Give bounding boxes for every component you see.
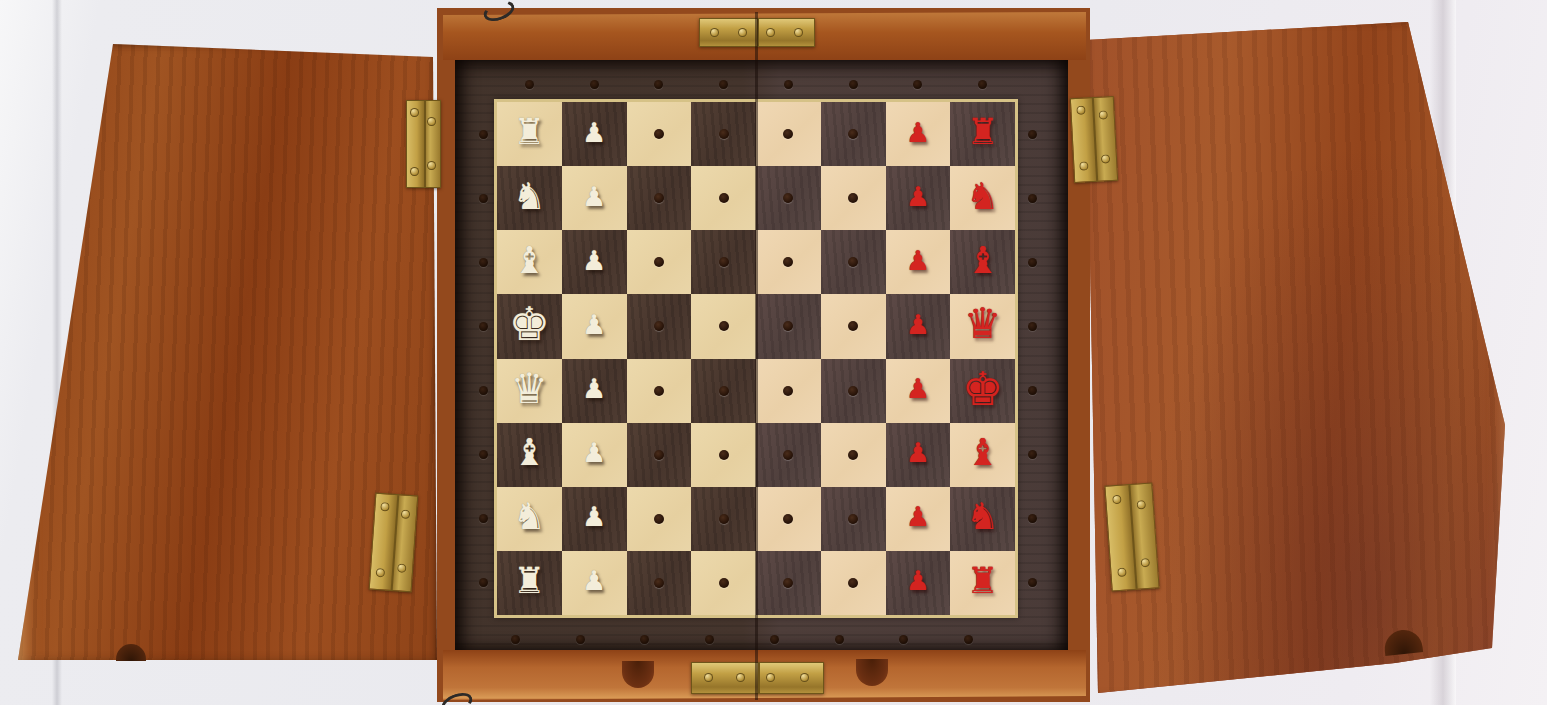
- square-r8c2[interactable]: ♟: [562, 551, 627, 615]
- piece-white-P[interactable]: ♟: [582, 183, 606, 210]
- peg-hole: [783, 257, 793, 267]
- peg-hole: [719, 129, 729, 139]
- piece-red-B[interactable]: ♝: [966, 242, 999, 279]
- square-r8c1[interactable]: ♜: [497, 551, 562, 615]
- peg-hole: [783, 321, 793, 331]
- square-r8c6[interactable]: [821, 551, 886, 615]
- board-fold-seam: [755, 12, 758, 700]
- square-r2c1[interactable]: ♞: [497, 166, 562, 230]
- border-peg-hole: [784, 80, 793, 89]
- peg-hole: [654, 450, 664, 460]
- piece-red-P[interactable]: ♟: [906, 503, 930, 530]
- peg-hole: [783, 450, 793, 460]
- peg-hole: [719, 450, 729, 460]
- border-peg-hole: [479, 130, 488, 139]
- piece-red-P[interactable]: ♟: [906, 375, 930, 402]
- square-r4c1[interactable]: ♚: [497, 294, 562, 358]
- piece-red-Q[interactable]: ♛: [964, 303, 1002, 345]
- border-peg-hole: [770, 635, 779, 644]
- square-r3c7[interactable]: ♟: [886, 230, 951, 294]
- piece-red-K[interactable]: ♚: [962, 366, 1003, 412]
- square-r3c6[interactable]: [821, 230, 886, 294]
- square-r6c7[interactable]: ♟: [886, 423, 951, 487]
- piece-red-P[interactable]: ♟: [906, 183, 930, 210]
- border-peg-hole: [1028, 578, 1037, 587]
- square-r8c8[interactable]: ♜: [950, 551, 1015, 615]
- square-r1c1[interactable]: ♜: [497, 102, 562, 166]
- square-r6c1[interactable]: ♝: [497, 423, 562, 487]
- border-peg-hole: [511, 635, 520, 644]
- piece-white-N[interactable]: ♞: [513, 178, 546, 215]
- square-r7c4[interactable]: [691, 487, 756, 551]
- piece-white-K[interactable]: ♚: [509, 301, 550, 347]
- peg-hole: [719, 193, 729, 203]
- square-r4c7[interactable]: ♟: [886, 294, 951, 358]
- peg-hole: [848, 578, 858, 588]
- brass-hinge-left-lower: [369, 493, 419, 593]
- square-r6c4[interactable]: [691, 423, 756, 487]
- piece-white-B[interactable]: ♝: [513, 434, 546, 471]
- peg-hole: [719, 514, 729, 524]
- square-r4c3[interactable]: [627, 294, 692, 358]
- square-r5c6[interactable]: [821, 359, 886, 423]
- border-peg-hole: [1028, 322, 1037, 331]
- square-r5c2[interactable]: ♟: [562, 359, 627, 423]
- border-peg-hole: [978, 80, 987, 89]
- border-peg-hole: [479, 514, 488, 523]
- piece-white-R[interactable]: ♜: [513, 114, 545, 150]
- square-r8c5[interactable]: [756, 551, 821, 615]
- square-r4c5[interactable]: [756, 294, 821, 358]
- border-peg-hole: [913, 80, 922, 89]
- border-peg-hole: [479, 322, 488, 331]
- peg-hole: [719, 578, 729, 588]
- square-r2c2[interactable]: ♟: [562, 166, 627, 230]
- square-r7c5[interactable]: [756, 487, 821, 551]
- border-peg-hole: [899, 635, 908, 644]
- peg-hole: [783, 514, 793, 524]
- border-peg-hole: [1028, 130, 1037, 139]
- square-r3c2[interactable]: ♟: [562, 230, 627, 294]
- piece-red-R[interactable]: ♜: [966, 114, 998, 150]
- square-r5c7[interactable]: ♟: [886, 359, 951, 423]
- peg-hole: [783, 386, 793, 396]
- square-r8c7[interactable]: ♟: [886, 551, 951, 615]
- square-r6c6[interactable]: [821, 423, 886, 487]
- square-r7c8[interactable]: ♞: [950, 487, 1015, 551]
- piece-white-P[interactable]: ♟: [582, 567, 606, 594]
- border-peg-hole: [479, 450, 488, 459]
- piece-white-Q[interactable]: ♛: [511, 368, 549, 410]
- square-r1c8[interactable]: ♜: [950, 102, 1015, 166]
- peg-hole: [654, 386, 664, 396]
- square-r7c6[interactable]: [821, 487, 886, 551]
- peg-hole: [654, 578, 664, 588]
- square-r3c4[interactable]: [691, 230, 756, 294]
- square-r4c2[interactable]: ♟: [562, 294, 627, 358]
- square-r1c5[interactable]: [756, 102, 821, 166]
- border-peg-hole: [590, 80, 599, 89]
- square-r4c8[interactable]: ♛: [950, 294, 1015, 358]
- piece-red-P[interactable]: ♟: [906, 311, 930, 338]
- border-peg-hole: [1028, 194, 1037, 203]
- border-peg-hole: [1028, 514, 1037, 523]
- piece-red-P[interactable]: ♟: [906, 119, 930, 146]
- border-peg-hole: [1028, 258, 1037, 267]
- piece-red-N[interactable]: ♞: [966, 178, 999, 215]
- square-r8c3[interactable]: [627, 551, 692, 615]
- piece-red-P[interactable]: ♟: [906, 439, 930, 466]
- square-r1c2[interactable]: ♟: [562, 102, 627, 166]
- peg-hole: [654, 321, 664, 331]
- square-r5c4[interactable]: [691, 359, 756, 423]
- border-peg-hole: [479, 386, 488, 395]
- peg-hole: [719, 257, 729, 267]
- brass-hinge-right-upper: [1070, 96, 1118, 183]
- peg-hole: [719, 321, 729, 331]
- peg-hole: [654, 193, 664, 203]
- square-r6c5[interactable]: [756, 423, 821, 487]
- piece-red-P[interactable]: ♟: [906, 247, 930, 274]
- border-peg-hole: [964, 635, 973, 644]
- square-r1c3[interactable]: [627, 102, 692, 166]
- brass-hinge-left-upper: [406, 100, 441, 188]
- square-r6c8[interactable]: ♝: [950, 423, 1015, 487]
- square-r5c5[interactable]: [756, 359, 821, 423]
- square-r7c2[interactable]: ♟: [562, 487, 627, 551]
- peg-hole: [848, 321, 858, 331]
- photo-travel-chess-set: ♜♟♟♜♞♟♟♞♝♟♟♝♚♟♟♛♛♟♟♚♝♟♟♝♞♟♟♞♜♟♟♜: [0, 0, 1547, 705]
- piece-white-P[interactable]: ♟: [582, 503, 606, 530]
- square-r2c4[interactable]: [691, 166, 756, 230]
- peg-hole: [848, 450, 858, 460]
- peg-hole: [783, 193, 793, 203]
- peg-hole: [783, 129, 793, 139]
- piece-red-R[interactable]: ♜: [966, 563, 998, 599]
- square-r7c1[interactable]: ♞: [497, 487, 562, 551]
- piece-red-N[interactable]: ♞: [966, 498, 999, 535]
- piece-white-P[interactable]: ♟: [582, 311, 606, 338]
- square-r3c1[interactable]: ♝: [497, 230, 562, 294]
- peg-hole: [654, 514, 664, 524]
- square-r8c4[interactable]: [691, 551, 756, 615]
- border-peg-hole: [525, 80, 534, 89]
- square-r5c1[interactable]: ♛: [497, 359, 562, 423]
- peg-hole: [719, 386, 729, 396]
- peg-hole: [848, 129, 858, 139]
- border-peg-hole: [835, 635, 844, 644]
- piece-white-R[interactable]: ♜: [513, 563, 545, 599]
- square-r7c3[interactable]: [627, 487, 692, 551]
- square-r2c7[interactable]: ♟: [886, 166, 951, 230]
- square-r6c3[interactable]: [627, 423, 692, 487]
- square-r6c2[interactable]: ♟: [562, 423, 627, 487]
- border-peg-hole: [849, 80, 858, 89]
- border-peg-hole: [705, 635, 714, 644]
- border-peg-hole: [654, 80, 663, 89]
- peg-hole: [848, 193, 858, 203]
- piece-white-P[interactable]: ♟: [582, 375, 606, 402]
- square-r3c3[interactable]: [627, 230, 692, 294]
- border-peg-hole: [640, 635, 649, 644]
- peg-hole: [848, 386, 858, 396]
- brass-hinge-right-lower: [1104, 482, 1159, 591]
- square-r2c5[interactable]: [756, 166, 821, 230]
- square-r7c7[interactable]: ♟: [886, 487, 951, 551]
- peg-hole: [848, 514, 858, 524]
- square-r2c6[interactable]: [821, 166, 886, 230]
- square-r1c4[interactable]: [691, 102, 756, 166]
- piece-red-P[interactable]: ♟: [906, 567, 930, 594]
- square-r5c3[interactable]: [627, 359, 692, 423]
- square-r3c8[interactable]: ♝: [950, 230, 1015, 294]
- border-peg-hole: [576, 635, 585, 644]
- piece-white-B[interactable]: ♝: [513, 242, 546, 279]
- border-peg-hole: [719, 80, 728, 89]
- square-r4c6[interactable]: [821, 294, 886, 358]
- square-r4c4[interactable]: [691, 294, 756, 358]
- piece-white-P[interactable]: ♟: [582, 119, 606, 146]
- peg-hole: [848, 257, 858, 267]
- square-r1c7[interactable]: ♟: [886, 102, 951, 166]
- border-peg-hole: [1028, 450, 1037, 459]
- peg-hole: [654, 257, 664, 267]
- piece-white-P[interactable]: ♟: [582, 247, 606, 274]
- square-r2c3[interactable]: [627, 166, 692, 230]
- piece-white-P[interactable]: ♟: [582, 439, 606, 466]
- square-r3c5[interactable]: [756, 230, 821, 294]
- piece-red-B[interactable]: ♝: [966, 434, 999, 471]
- square-r2c8[interactable]: ♞: [950, 166, 1015, 230]
- border-peg-hole: [479, 578, 488, 587]
- border-peg-hole: [479, 258, 488, 267]
- border-peg-hole: [1028, 386, 1037, 395]
- piece-white-N[interactable]: ♞: [513, 498, 546, 535]
- peg-hole: [783, 578, 793, 588]
- square-r1c6[interactable]: [821, 102, 886, 166]
- peg-hole: [654, 129, 664, 139]
- square-r5c8[interactable]: ♚: [950, 359, 1015, 423]
- border-peg-hole: [479, 194, 488, 203]
